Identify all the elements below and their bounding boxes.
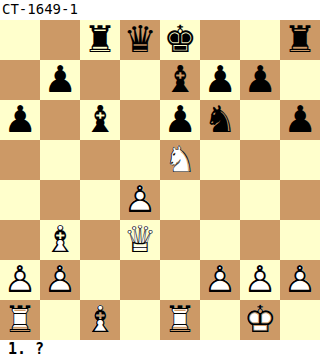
- square-g8[interactable]: [240, 20, 280, 60]
- square-d1[interactable]: [120, 300, 160, 340]
- chess-board: ♜♛♚♜♟♝♟♟♟♝♟♞♟♞♘♟♙♝♗♛♕♟♙♟♙♟♙♟♙♟♙♜♖♝♗♜♖♚♔: [0, 20, 320, 340]
- square-g7[interactable]: ♟: [240, 60, 280, 100]
- square-f4[interactable]: [200, 180, 240, 220]
- black-bishop[interactable]: ♝: [83, 100, 116, 140]
- square-d2[interactable]: [120, 260, 160, 300]
- square-b7[interactable]: ♟: [40, 60, 80, 100]
- square-b1[interactable]: [40, 300, 80, 340]
- white-pawn[interactable]: ♟♙: [203, 260, 236, 300]
- chess-puzzle-window: CT-1649-1 ♜♛♚♜♟♝♟♟♟♝♟♞♟♞♘♟♙♝♗♛♕♟♙♟♙♟♙♟♙♟…: [0, 0, 320, 360]
- square-d4[interactable]: ♟♙: [120, 180, 160, 220]
- square-c1[interactable]: ♝♗: [80, 300, 120, 340]
- square-a7[interactable]: [0, 60, 40, 100]
- square-a6[interactable]: ♟: [0, 100, 40, 140]
- square-h6[interactable]: ♟: [280, 100, 320, 140]
- black-pawn[interactable]: ♟: [243, 60, 276, 100]
- white-king[interactable]: ♚♔: [243, 300, 276, 340]
- square-a4[interactable]: [0, 180, 40, 220]
- square-f5[interactable]: [200, 140, 240, 180]
- white-pawn[interactable]: ♟♙: [43, 260, 76, 300]
- white-bishop[interactable]: ♝♗: [43, 220, 76, 260]
- square-h1[interactable]: [280, 300, 320, 340]
- white-rook[interactable]: ♜♖: [3, 300, 36, 340]
- square-e7[interactable]: ♝: [160, 60, 200, 100]
- square-h3[interactable]: [280, 220, 320, 260]
- white-bishop[interactable]: ♝♗: [83, 300, 116, 340]
- black-pawn[interactable]: ♟: [163, 100, 196, 140]
- square-e5[interactable]: ♞♘: [160, 140, 200, 180]
- white-rook[interactable]: ♜♖: [163, 300, 196, 340]
- black-pawn[interactable]: ♟: [43, 60, 76, 100]
- black-king[interactable]: ♚: [163, 20, 196, 60]
- square-f8[interactable]: [200, 20, 240, 60]
- square-f1[interactable]: [200, 300, 240, 340]
- square-e8[interactable]: ♚: [160, 20, 200, 60]
- black-bishop[interactable]: ♝: [163, 60, 196, 100]
- square-f7[interactable]: ♟: [200, 60, 240, 100]
- square-b8[interactable]: [40, 20, 80, 60]
- square-f3[interactable]: [200, 220, 240, 260]
- square-f6[interactable]: ♞: [200, 100, 240, 140]
- square-b5[interactable]: [40, 140, 80, 180]
- square-g2[interactable]: ♟♙: [240, 260, 280, 300]
- white-pawn[interactable]: ♟♙: [243, 260, 276, 300]
- square-a5[interactable]: [0, 140, 40, 180]
- square-g6[interactable]: [240, 100, 280, 140]
- square-h7[interactable]: [280, 60, 320, 100]
- square-h2[interactable]: ♟♙: [280, 260, 320, 300]
- black-queen[interactable]: ♛: [123, 20, 156, 60]
- square-h4[interactable]: [280, 180, 320, 220]
- square-c6[interactable]: ♝: [80, 100, 120, 140]
- white-pawn[interactable]: ♟♙: [123, 180, 156, 220]
- square-h8[interactable]: ♜: [280, 20, 320, 60]
- black-pawn[interactable]: ♟: [3, 100, 36, 140]
- square-c4[interactable]: [80, 180, 120, 220]
- square-g1[interactable]: ♚♔: [240, 300, 280, 340]
- square-e1[interactable]: ♜♖: [160, 300, 200, 340]
- white-pawn[interactable]: ♟♙: [283, 260, 316, 300]
- square-c7[interactable]: [80, 60, 120, 100]
- square-c2[interactable]: [80, 260, 120, 300]
- move-prompt: 1. ?: [0, 340, 320, 360]
- square-b6[interactable]: [40, 100, 80, 140]
- square-g3[interactable]: [240, 220, 280, 260]
- square-d7[interactable]: [120, 60, 160, 100]
- white-queen[interactable]: ♛♕: [123, 220, 156, 260]
- black-rook[interactable]: ♜: [283, 20, 316, 60]
- square-b3[interactable]: ♝♗: [40, 220, 80, 260]
- square-h5[interactable]: [280, 140, 320, 180]
- black-pawn[interactable]: ♟: [203, 60, 236, 100]
- square-g5[interactable]: [240, 140, 280, 180]
- square-a1[interactable]: ♜♖: [0, 300, 40, 340]
- square-a2[interactable]: ♟♙: [0, 260, 40, 300]
- square-e4[interactable]: [160, 180, 200, 220]
- square-a8[interactable]: [0, 20, 40, 60]
- square-c8[interactable]: ♜: [80, 20, 120, 60]
- square-e6[interactable]: ♟: [160, 100, 200, 140]
- white-pawn[interactable]: ♟♙: [3, 260, 36, 300]
- black-pawn[interactable]: ♟: [283, 100, 316, 140]
- black-knight[interactable]: ♞: [203, 100, 236, 140]
- square-e2[interactable]: [160, 260, 200, 300]
- black-rook[interactable]: ♜: [83, 20, 116, 60]
- square-c5[interactable]: [80, 140, 120, 180]
- white-knight[interactable]: ♞♘: [163, 140, 196, 180]
- square-c3[interactable]: [80, 220, 120, 260]
- square-g4[interactable]: [240, 180, 280, 220]
- square-b2[interactable]: ♟♙: [40, 260, 80, 300]
- page-title: CT-1649-1: [0, 0, 320, 20]
- square-d8[interactable]: ♛: [120, 20, 160, 60]
- square-d5[interactable]: [120, 140, 160, 180]
- square-e3[interactable]: [160, 220, 200, 260]
- square-a3[interactable]: [0, 220, 40, 260]
- square-d6[interactable]: [120, 100, 160, 140]
- square-b4[interactable]: [40, 180, 80, 220]
- square-f2[interactable]: ♟♙: [200, 260, 240, 300]
- square-d3[interactable]: ♛♕: [120, 220, 160, 260]
